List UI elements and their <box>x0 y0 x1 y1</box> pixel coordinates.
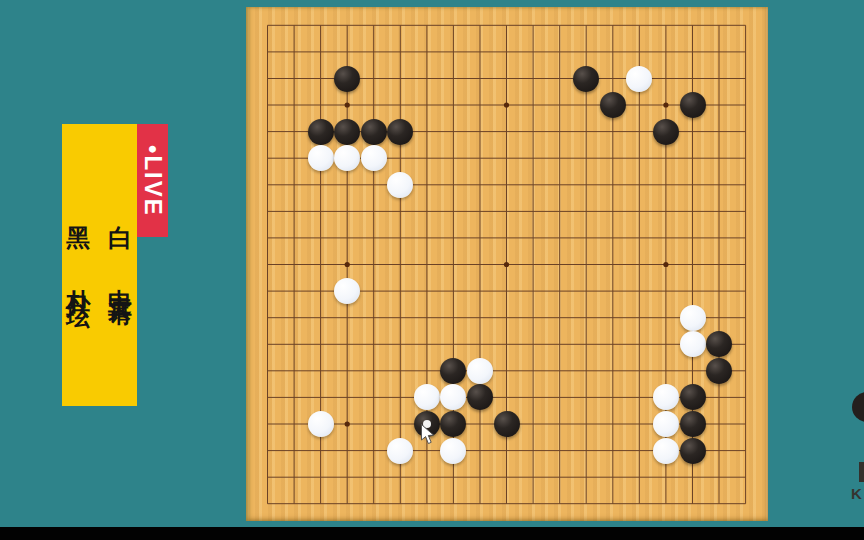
white-stone <box>680 305 706 331</box>
white-stone <box>308 145 334 171</box>
black-stone <box>387 119 413 145</box>
white-stone <box>467 358 493 384</box>
black-stone <box>680 411 706 437</box>
black-stone <box>308 119 334 145</box>
black-stone <box>706 358 732 384</box>
black-stone <box>573 66 599 92</box>
black-stone <box>494 411 520 437</box>
black-stone <box>361 119 387 145</box>
white-stone <box>387 438 413 464</box>
black-stone <box>440 358 466 384</box>
black-stone <box>334 66 360 92</box>
live-badge-text: •LIVE <box>139 145 167 217</box>
go-board[interactable] <box>246 7 768 521</box>
white-stone <box>653 438 679 464</box>
black-stone <box>680 92 706 118</box>
white-stone <box>680 331 706 357</box>
white-stone <box>653 411 679 437</box>
white-player-name: 申真谞 <box>110 269 136 290</box>
black-stone <box>600 92 626 118</box>
white-stone <box>361 145 387 171</box>
watermark-bar-fragment <box>859 462 864 482</box>
watermark-letter: K <box>851 485 863 502</box>
screen: •LIVE 黑 白 朴只玹 申真谞 K <box>0 0 864 540</box>
players-panel <box>62 124 137 406</box>
white-stone <box>626 66 652 92</box>
black-player-name: 朴只玹 <box>68 269 94 290</box>
mouse-cursor <box>420 424 436 446</box>
letterbox-bar <box>0 527 864 540</box>
live-badge: •LIVE <box>137 124 168 237</box>
white-player-label: 白 <box>110 207 136 214</box>
black-stone <box>334 119 360 145</box>
white-stone <box>440 438 466 464</box>
white-stone <box>308 411 334 437</box>
black-player-label: 黑 <box>68 207 94 214</box>
black-stone <box>680 438 706 464</box>
black-stone <box>653 119 679 145</box>
black-stone <box>680 384 706 410</box>
watermark-logo-fragment <box>852 392 864 422</box>
white-stone <box>387 172 413 198</box>
